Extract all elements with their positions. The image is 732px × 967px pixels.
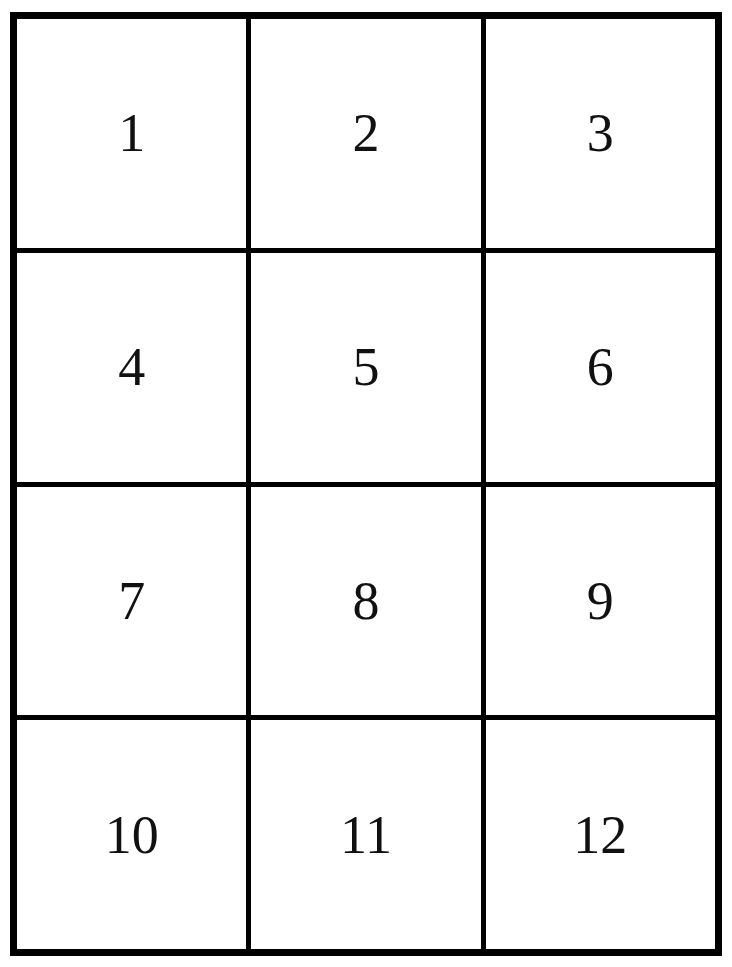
- grid-cell-r3c2: 8: [251, 487, 480, 716]
- page: 1 2 3 4 5 6 7 8 9 10 11 12: [0, 0, 732, 967]
- grid-cell-r1c3: 3: [486, 19, 715, 248]
- puzzle-board: 1 2 3 4 5 6 7 8 9 10 11 12: [10, 12, 722, 956]
- grid-cell-r1c2: 2: [251, 19, 480, 248]
- grid-cell-r2c2: 5: [251, 253, 480, 482]
- grid-cell-r3c1: 7: [17, 487, 246, 716]
- grid-cell-r4c3: 12: [486, 720, 715, 949]
- grid-cell-r3c3: 9: [486, 487, 715, 716]
- grid-cell-r2c1: 4: [17, 253, 246, 482]
- grid-cell-r4c2: 11: [251, 720, 480, 949]
- grid-cell-r2c3: 6: [486, 253, 715, 482]
- grid-cell-r1c1: 1: [17, 19, 246, 248]
- grid-cell-r4c1: 10: [17, 720, 246, 949]
